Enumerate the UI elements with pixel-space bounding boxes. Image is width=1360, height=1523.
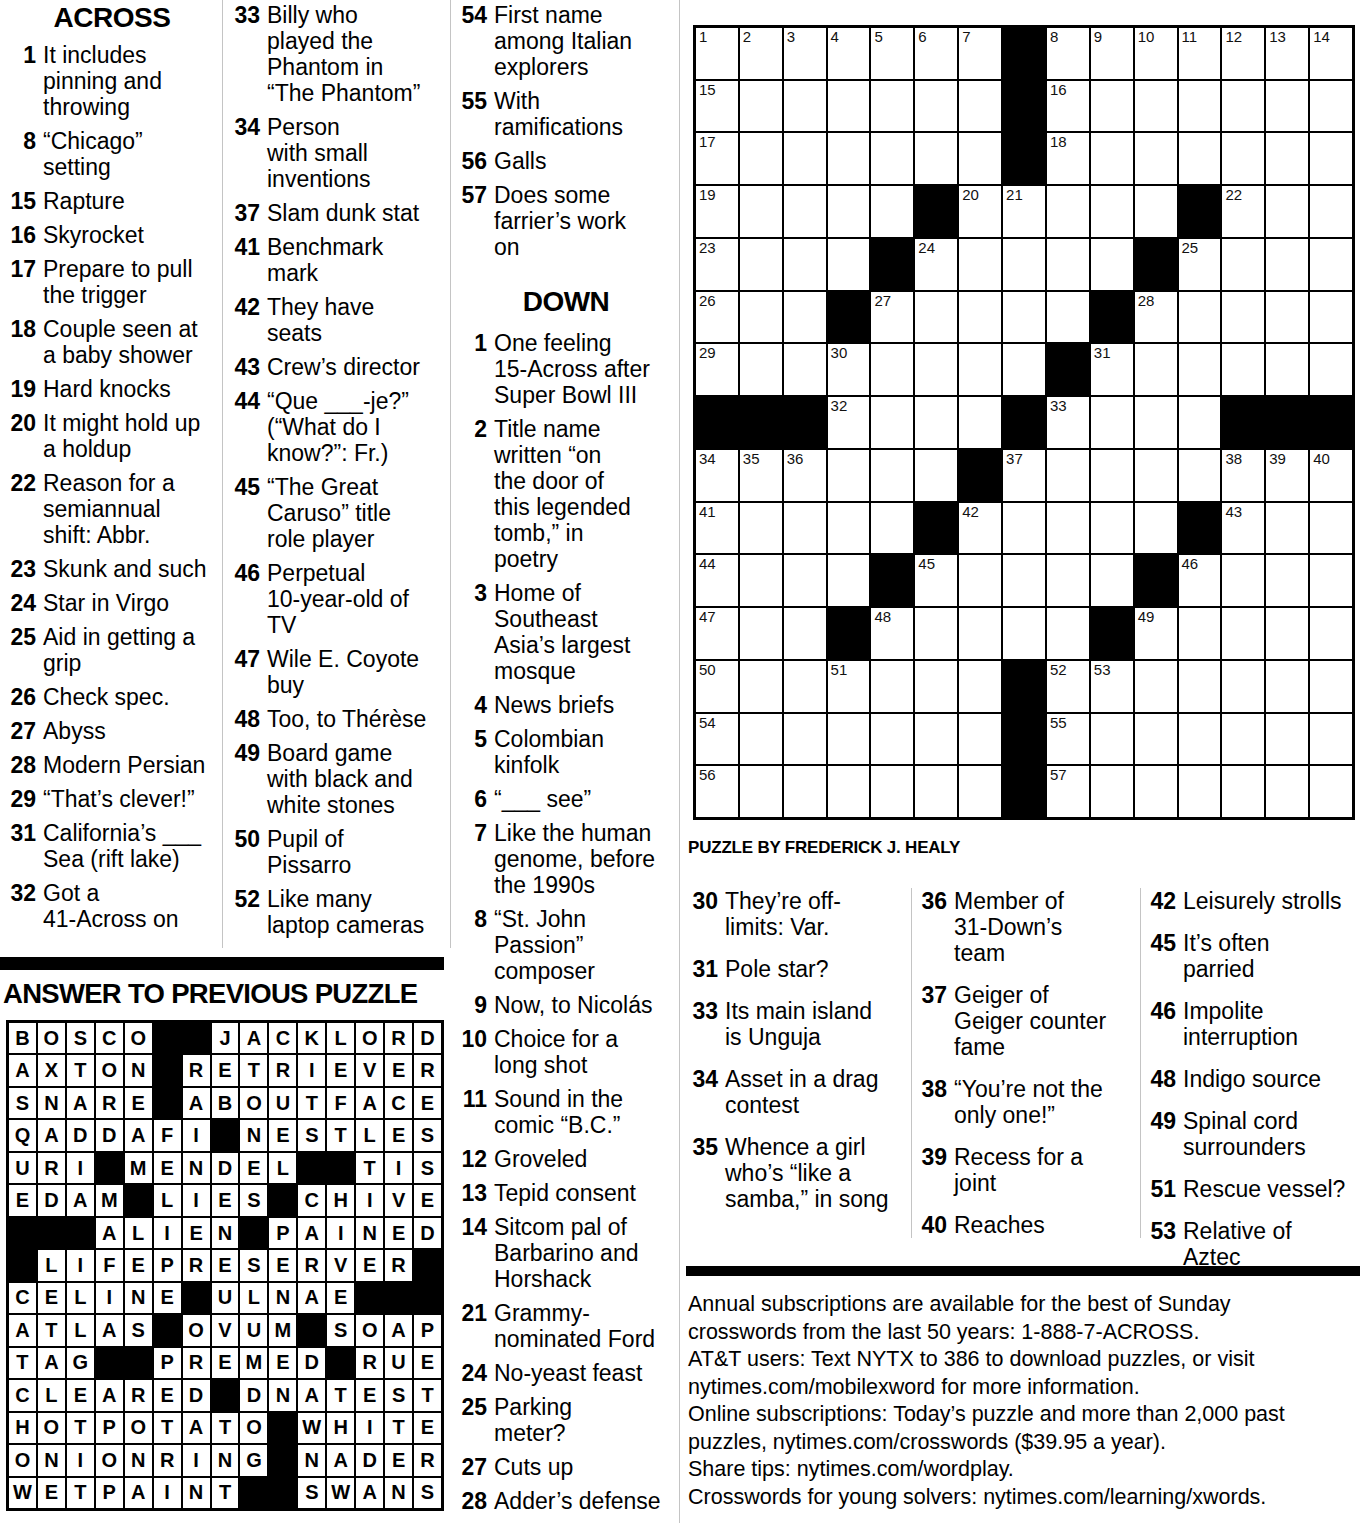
grid-cell-r6c9[interactable]	[1046, 291, 1090, 344]
clue-number: 22	[6, 470, 43, 548]
cell-number: 44	[699, 556, 716, 572]
puzzle-grid[interactable]: 1234567891011121314151617181920212223242…	[693, 25, 1355, 820]
grid-cell-r7c13[interactable]	[1221, 343, 1265, 396]
grid-cell-r9c9[interactable]	[1046, 449, 1090, 502]
answer-cell-r15c14: N	[385, 1478, 412, 1508]
answer-cell-r12c6: E	[154, 1380, 181, 1410]
answer-cell-r11c10: E	[269, 1348, 296, 1378]
grid-cell-r7c7[interactable]	[958, 343, 1002, 396]
grid-cell-r6c5[interactable]: 27	[870, 291, 914, 344]
cell-number: 42	[962, 504, 979, 520]
answer-cell-r10c13: O	[356, 1315, 383, 1345]
grid-cell-r13c14[interactable]	[1265, 660, 1309, 713]
grid-cell-r13c1[interactable]: 50	[695, 660, 739, 713]
answer-black-cell	[269, 1478, 296, 1508]
black-cell	[1178, 502, 1222, 555]
grid-cell-r11c13[interactable]	[1221, 554, 1265, 607]
grid-cell-r13c13[interactable]	[1221, 660, 1265, 713]
grid-cell-r3c5[interactable]	[870, 132, 914, 185]
grid-cell-r10c5[interactable]	[870, 502, 914, 555]
grid-cell-r12c7[interactable]	[958, 607, 1002, 660]
answer-black-cell	[240, 1478, 267, 1508]
grid-cell-r13c9[interactable]: 52	[1046, 660, 1090, 713]
answer-cell-r4c5: A	[125, 1120, 152, 1150]
clue-text: Whence a girl who’s “like a samba,” in s…	[725, 1134, 889, 1212]
column-rule	[679, 0, 680, 1523]
answer-cell-r12c7: D	[183, 1380, 210, 1410]
grid-cell-r12c9[interactable]	[1046, 607, 1090, 660]
separator-bar	[0, 957, 444, 970]
grid-cell-r4c11[interactable]	[1134, 185, 1178, 238]
grid-cell-r6c13[interactable]	[1221, 291, 1265, 344]
grid-cell-r13c3[interactable]	[783, 660, 827, 713]
clue-number: 8	[6, 128, 43, 180]
grid-cell-r7c4[interactable]: 30	[827, 343, 871, 396]
grid-cell-r11c2[interactable]	[739, 554, 783, 607]
grid-cell-r10c11[interactable]	[1134, 502, 1178, 555]
answer-cell-r10c14: A	[385, 1315, 412, 1345]
clue-number: 1	[6, 42, 43, 120]
grid-cell-r5c8[interactable]	[1002, 238, 1046, 291]
grid-cell-r5c15[interactable]	[1309, 238, 1353, 291]
cell-number: 38	[1225, 451, 1242, 467]
grid-cell-r1c12[interactable]: 11	[1178, 27, 1222, 80]
grid-cell-r10c4[interactable]	[827, 502, 871, 555]
grid-cell-r2c15[interactable]	[1309, 80, 1353, 133]
answer-cell-r2c3: T	[67, 1055, 94, 1085]
answer-cell-r12c1: C	[9, 1380, 36, 1410]
grid-cell-r14c15[interactable]	[1309, 713, 1353, 766]
answer-cell-r13c9: O	[240, 1413, 267, 1443]
grid-cell-r8c7[interactable]	[958, 396, 1002, 449]
grid-cell-r5c6[interactable]: 24	[914, 238, 958, 291]
answer-cell-r1c15: D	[414, 1023, 441, 1053]
grid-cell-r8c6[interactable]	[914, 396, 958, 449]
grid-cell-r1c10[interactable]: 9	[1090, 27, 1134, 80]
grid-cell-r12c1[interactable]: 47	[695, 607, 739, 660]
grid-cell-r9c3[interactable]: 36	[783, 449, 827, 502]
answer-black-cell	[96, 1153, 123, 1183]
clue-across-26: 26Check spec.	[6, 684, 218, 710]
grid-cell-r10c9[interactable]	[1046, 502, 1090, 555]
grid-cell-r8c10[interactable]	[1090, 396, 1134, 449]
grid-cell-r1c9[interactable]: 8	[1046, 27, 1090, 80]
grid-cell-r13c12[interactable]	[1178, 660, 1222, 713]
grid-cell-r15c6[interactable]	[914, 765, 958, 818]
black-cell	[1221, 396, 1265, 449]
grid-cell-r6c11[interactable]: 28	[1134, 291, 1178, 344]
grid-cell-r9c8[interactable]: 37	[1002, 449, 1046, 502]
grid-cell-r4c4[interactable]	[827, 185, 871, 238]
answer-cell-r15c13: A	[356, 1478, 383, 1508]
clue-number: 27	[457, 1454, 494, 1480]
grid-cell-r13c7[interactable]	[958, 660, 1002, 713]
answer-cell-r1c10: C	[269, 1023, 296, 1053]
grid-cell-r5c3[interactable]	[783, 238, 827, 291]
grid-cell-r11c8[interactable]	[1002, 554, 1046, 607]
grid-cell-r13c15[interactable]	[1309, 660, 1353, 713]
answer-cell-r6c12: H	[327, 1185, 354, 1215]
grid-cell-r9c14[interactable]: 39	[1265, 449, 1309, 502]
clue-across-19: 19Hard knocks	[6, 376, 218, 402]
grid-cell-r2c9[interactable]: 16	[1046, 80, 1090, 133]
grid-cell-r2c13[interactable]	[1221, 80, 1265, 133]
grid-cell-r4c7[interactable]: 20	[958, 185, 1002, 238]
grid-cell-r4c10[interactable]	[1090, 185, 1134, 238]
grid-cell-r8c4[interactable]: 32	[827, 396, 871, 449]
answer-cell-r5c10: L	[269, 1153, 296, 1183]
answer-cell-r5c2: R	[38, 1153, 65, 1183]
clue-text: Prepare to pull the trigger	[43, 256, 193, 308]
grid-cell-r9c11[interactable]	[1134, 449, 1178, 502]
grid-cell-r1c4[interactable]: 4	[827, 27, 871, 80]
grid-cell-r3c13[interactable]	[1221, 132, 1265, 185]
grid-cell-r15c15[interactable]	[1309, 765, 1353, 818]
grid-cell-r10c2[interactable]	[739, 502, 783, 555]
cell-number: 31	[1094, 345, 1111, 361]
grid-cell-r14c2[interactable]	[739, 713, 783, 766]
grid-cell-r8c5[interactable]	[870, 396, 914, 449]
grid-cell-r1c1[interactable]: 1	[695, 27, 739, 80]
grid-cell-r12c13[interactable]	[1221, 607, 1265, 660]
grid-cell-r6c7[interactable]	[958, 291, 1002, 344]
answer-black-cell	[154, 1023, 181, 1053]
grid-cell-r14c13[interactable]	[1221, 713, 1265, 766]
grid-cell-r6c15[interactable]	[1309, 291, 1353, 344]
grid-cell-r11c15[interactable]	[1309, 554, 1353, 607]
grid-cell-r11c4[interactable]	[827, 554, 871, 607]
grid-cell-r2c7[interactable]	[958, 80, 1002, 133]
answer-black-cell	[183, 1023, 210, 1053]
grid-cell-r10c8[interactable]	[1002, 502, 1046, 555]
clue-text: Benchmark mark	[267, 234, 383, 286]
clue-across-44: 44“Que ___-je?” (“What do I know?”: Fr.)	[230, 388, 446, 466]
clue-text: Indigo source	[1183, 1066, 1321, 1092]
grid-cell-r2c14[interactable]	[1265, 80, 1309, 133]
grid-cell-r15c12[interactable]	[1178, 765, 1222, 818]
clue-number: 46	[1146, 998, 1183, 1050]
grid-cell-r9c15[interactable]: 40	[1309, 449, 1353, 502]
grid-cell-r11c9[interactable]	[1046, 554, 1090, 607]
grid-cell-r11c6[interactable]: 45	[914, 554, 958, 607]
grid-cell-r12c11[interactable]: 49	[1134, 607, 1178, 660]
grid-cell-r4c9[interactable]	[1046, 185, 1090, 238]
grid-cell-r15c4[interactable]	[827, 765, 871, 818]
grid-cell-r14c6[interactable]	[914, 713, 958, 766]
grid-cell-r12c12[interactable]	[1178, 607, 1222, 660]
clue-text: Relative of Aztec	[1183, 1218, 1292, 1270]
answer-cell-r13c12: H	[327, 1413, 354, 1443]
black-cell	[1134, 238, 1178, 291]
grid-cell-r3c3[interactable]	[783, 132, 827, 185]
grid-cell-r10c7[interactable]: 42	[958, 502, 1002, 555]
grid-cell-r7c2[interactable]	[739, 343, 783, 396]
clue-down-25: 25Parking meter?	[457, 1394, 675, 1446]
grid-cell-r14c14[interactable]	[1265, 713, 1309, 766]
clue-across-48: 48Too, to Thérèse	[230, 706, 446, 732]
grid-cell-r12c15[interactable]	[1309, 607, 1353, 660]
clue-text: Wile E. Coyote buy	[267, 646, 419, 698]
grid-cell-r14c3[interactable]	[783, 713, 827, 766]
grid-cell-r15c5[interactable]	[870, 765, 914, 818]
black-cell	[1090, 607, 1134, 660]
cell-number: 48	[874, 609, 891, 625]
grid-cell-r1c13[interactable]: 12	[1221, 27, 1265, 80]
grid-cell-r15c11[interactable]	[1134, 765, 1178, 818]
grid-cell-r2c3[interactable]	[783, 80, 827, 133]
grid-cell-r1c7[interactable]: 7	[958, 27, 1002, 80]
grid-cell-r1c15[interactable]: 14	[1309, 27, 1353, 80]
grid-cell-r13c5[interactable]	[870, 660, 914, 713]
grid-cell-r3c4[interactable]	[827, 132, 871, 185]
grid-cell-r6c12[interactable]	[1178, 291, 1222, 344]
answer-cell-r1c4: C	[96, 1023, 123, 1053]
grid-cell-r11c10[interactable]	[1090, 554, 1134, 607]
grid-cell-r14c1[interactable]: 54	[695, 713, 739, 766]
grid-cell-r14c12[interactable]	[1178, 713, 1222, 766]
grid-cell-r5c7[interactable]	[958, 238, 1002, 291]
clue-across-42: 42They have seats	[230, 294, 446, 346]
grid-cell-r2c5[interactable]	[870, 80, 914, 133]
answer-cell-r4c11: S	[298, 1120, 325, 1150]
grid-cell-r2c6[interactable]	[914, 80, 958, 133]
grid-cell-r10c3[interactable]	[783, 502, 827, 555]
grid-cell-r3c1[interactable]: 17	[695, 132, 739, 185]
grid-cell-r10c14[interactable]	[1265, 502, 1309, 555]
grid-cell-r7c15[interactable]	[1309, 343, 1353, 396]
grid-cell-r13c4[interactable]: 51	[827, 660, 871, 713]
grid-cell-r9c1[interactable]: 34	[695, 449, 739, 502]
cell-number: 6	[918, 29, 926, 45]
grid-cell-r5c13[interactable]	[1221, 238, 1265, 291]
grid-cell-r5c4[interactable]	[827, 238, 871, 291]
grid-cell-r8c12[interactable]	[1178, 396, 1222, 449]
grid-cell-r9c12[interactable]	[1178, 449, 1222, 502]
across-clues-column-2: 33Billy who played the Phantom in “The P…	[230, 2, 446, 946]
clue-across-8: 8“Chicago” setting	[6, 128, 218, 180]
grid-cell-r9c4[interactable]	[827, 449, 871, 502]
grid-cell-r1c2[interactable]: 2	[739, 27, 783, 80]
clue-text: Title name written “on the door of this …	[494, 416, 631, 572]
clue-across-16: 16Skyrocket	[6, 222, 218, 248]
grid-cell-r7c6[interactable]	[914, 343, 958, 396]
grid-cell-r15c9[interactable]: 57	[1046, 765, 1090, 818]
grid-cell-r13c11[interactable]	[1134, 660, 1178, 713]
column-rule	[911, 888, 912, 1238]
grid-cell-r15c13[interactable]	[1221, 765, 1265, 818]
grid-cell-r2c11[interactable]	[1134, 80, 1178, 133]
grid-cell-r7c10[interactable]: 31	[1090, 343, 1134, 396]
grid-cell-r2c12[interactable]	[1178, 80, 1222, 133]
grid-cell-r4c1[interactable]: 19	[695, 185, 739, 238]
answer-cell-r15c6: I	[154, 1478, 181, 1508]
grid-cell-r10c1[interactable]: 41	[695, 502, 739, 555]
grid-cell-r13c6[interactable]	[914, 660, 958, 713]
grid-cell-r5c12[interactable]: 25	[1178, 238, 1222, 291]
black-cell	[1002, 765, 1046, 818]
grid-cell-r5c1[interactable]: 23	[695, 238, 739, 291]
answer-cell-r12c4: A	[96, 1380, 123, 1410]
grid-cell-r3c2[interactable]	[739, 132, 783, 185]
grid-cell-r12c6[interactable]	[914, 607, 958, 660]
grid-cell-r12c5[interactable]: 48	[870, 607, 914, 660]
grid-cell-r5c10[interactable]	[1090, 238, 1134, 291]
grid-cell-r12c2[interactable]	[739, 607, 783, 660]
grid-cell-r15c2[interactable]	[739, 765, 783, 818]
grid-cell-r3c9[interactable]: 18	[1046, 132, 1090, 185]
answer-cell-r13c7: A	[183, 1413, 210, 1443]
clue-across-49: 49Board game with black and white stones	[230, 740, 446, 818]
grid-cell-r6c2[interactable]	[739, 291, 783, 344]
grid-cell-r9c2[interactable]: 35	[739, 449, 783, 502]
grid-cell-r11c1[interactable]: 44	[695, 554, 739, 607]
grid-cell-r13c10[interactable]: 53	[1090, 660, 1134, 713]
grid-cell-r2c1[interactable]: 15	[695, 80, 739, 133]
grid-cell-r4c15[interactable]	[1309, 185, 1353, 238]
grid-cell-r12c14[interactable]	[1265, 607, 1309, 660]
clue-text: Impolite interruption	[1183, 998, 1298, 1050]
grid-cell-r15c14[interactable]	[1265, 765, 1309, 818]
grid-cell-r14c9[interactable]: 55	[1046, 713, 1090, 766]
grid-cell-r15c7[interactable]	[958, 765, 1002, 818]
grid-cell-r6c6[interactable]	[914, 291, 958, 344]
clue-number: 3	[457, 580, 494, 684]
grid-cell-r13c2[interactable]	[739, 660, 783, 713]
answer-cell-r6c2: D	[38, 1185, 65, 1215]
grid-cell-r14c11[interactable]	[1134, 713, 1178, 766]
grid-cell-r5c14[interactable]	[1265, 238, 1309, 291]
answer-black-cell	[9, 1250, 36, 1280]
grid-cell-r7c12[interactable]	[1178, 343, 1222, 396]
answer-cell-r6c8: E	[212, 1185, 239, 1215]
grid-cell-r12c3[interactable]	[783, 607, 827, 660]
grid-cell-r11c14[interactable]	[1265, 554, 1309, 607]
cell-number: 12	[1225, 29, 1242, 45]
grid-cell-r11c3[interactable]	[783, 554, 827, 607]
grid-cell-r3c14[interactable]	[1265, 132, 1309, 185]
clue-number: 1	[457, 330, 494, 408]
grid-cell-r4c13[interactable]: 22	[1221, 185, 1265, 238]
answer-cell-r6c4: M	[96, 1185, 123, 1215]
grid-cell-r1c14[interactable]: 13	[1265, 27, 1309, 80]
answer-cell-r4c12: T	[327, 1120, 354, 1150]
grid-cell-r6c14[interactable]	[1265, 291, 1309, 344]
grid-cell-r6c3[interactable]	[783, 291, 827, 344]
grid-cell-r4c3[interactable]	[783, 185, 827, 238]
grid-cell-r4c2[interactable]	[739, 185, 783, 238]
grid-cell-r9c13[interactable]: 38	[1221, 449, 1265, 502]
grid-cell-r1c5[interactable]: 5	[870, 27, 914, 80]
grid-cell-r12c8[interactable]	[1002, 607, 1046, 660]
grid-cell-r6c1[interactable]: 26	[695, 291, 739, 344]
grid-cell-r3c7[interactable]	[958, 132, 1002, 185]
grid-cell-r7c8[interactable]	[1002, 343, 1046, 396]
grid-cell-r7c5[interactable]	[870, 343, 914, 396]
down-header: DOWN	[457, 286, 675, 318]
grid-cell-r6c8[interactable]	[1002, 291, 1046, 344]
grid-cell-r2c2[interactable]	[739, 80, 783, 133]
answer-cell-r8c3: I	[67, 1250, 94, 1280]
cell-number: 47	[699, 609, 716, 625]
grid-cell-r9c6[interactable]	[914, 449, 958, 502]
clue-text: Couple seen at a baby shower	[43, 316, 198, 368]
clue-text: Skunk and such	[43, 556, 207, 582]
answer-cell-r12c2: L	[38, 1380, 65, 1410]
grid-cell-r7c3[interactable]	[783, 343, 827, 396]
clue-text: “That’s clever!”	[43, 786, 195, 812]
clue-down-6: 6“___ see”	[457, 786, 675, 812]
grid-cell-r1c11[interactable]: 10	[1134, 27, 1178, 80]
clue-down-3: 3Home of Southeast Asia’s largest mosque	[457, 580, 675, 684]
grid-cell-r7c14[interactable]	[1265, 343, 1309, 396]
clue-text: Abyss	[43, 718, 106, 744]
clue-number: 15	[6, 188, 43, 214]
clue-text: Like many laptop cameras	[267, 886, 424, 938]
grid-cell-r15c10[interactable]	[1090, 765, 1134, 818]
answer-cell-r7c4: A	[96, 1218, 123, 1248]
clue-number: 32	[6, 880, 43, 932]
grid-cell-r4c14[interactable]	[1265, 185, 1309, 238]
grid-cell-r1c3[interactable]: 3	[783, 27, 827, 80]
grid-cell-r15c3[interactable]	[783, 765, 827, 818]
grid-cell-r10c15[interactable]	[1309, 502, 1353, 555]
grid-cell-r8c11[interactable]	[1134, 396, 1178, 449]
answer-cell-r8c7: R	[183, 1250, 210, 1280]
grid-cell-r9c10[interactable]	[1090, 449, 1134, 502]
grid-cell-r2c4[interactable]	[827, 80, 871, 133]
grid-cell-r14c7[interactable]	[958, 713, 1002, 766]
grid-cell-r3c10[interactable]	[1090, 132, 1134, 185]
grid-cell-r9c5[interactable]	[870, 449, 914, 502]
answer-cell-r14c14: E	[385, 1445, 412, 1475]
grid-cell-r2c10[interactable]	[1090, 80, 1134, 133]
separator-bar	[686, 1266, 1360, 1276]
grid-cell-r1c6[interactable]: 6	[914, 27, 958, 80]
grid-cell-r3c12[interactable]	[1178, 132, 1222, 185]
clue-across-20: 20It might hold up a holdup	[6, 410, 218, 462]
grid-cell-r10c10[interactable]	[1090, 502, 1134, 555]
grid-cell-r14c5[interactable]	[870, 713, 914, 766]
grid-cell-r3c11[interactable]	[1134, 132, 1178, 185]
grid-cell-r11c12[interactable]: 46	[1178, 554, 1222, 607]
grid-cell-r10c13[interactable]: 43	[1221, 502, 1265, 555]
grid-cell-r5c2[interactable]	[739, 238, 783, 291]
answer-cell-r5c13: T	[356, 1153, 383, 1183]
grid-cell-r7c1[interactable]: 29	[695, 343, 739, 396]
grid-cell-r4c8[interactable]: 21	[1002, 185, 1046, 238]
grid-cell-r4c5[interactable]	[870, 185, 914, 238]
answer-cell-r10c10: M	[269, 1315, 296, 1345]
black-cell	[1178, 185, 1222, 238]
clue-across-54: 54First name among Italian explorers	[457, 2, 675, 80]
cell-number: 39	[1269, 451, 1286, 467]
answer-cell-r8c2: L	[38, 1250, 65, 1280]
grid-cell-r11c7[interactable]	[958, 554, 1002, 607]
grid-cell-r14c10[interactable]	[1090, 713, 1134, 766]
clue-down-13: 13Tepid consent	[457, 1180, 675, 1206]
grid-cell-r7c11[interactable]	[1134, 343, 1178, 396]
grid-cell-r14c4[interactable]	[827, 713, 871, 766]
grid-cell-r8c9[interactable]: 33	[1046, 396, 1090, 449]
answer-black-cell	[154, 1055, 181, 1085]
clue-text: They’re off- limits: Var.	[725, 888, 841, 940]
answer-cell-r12c9: D	[240, 1380, 267, 1410]
grid-cell-r15c1[interactable]: 56	[695, 765, 739, 818]
grid-cell-r3c6[interactable]	[914, 132, 958, 185]
grid-cell-r3c15[interactable]	[1309, 132, 1353, 185]
answer-cell-r1c13: O	[356, 1023, 383, 1053]
grid-cell-r5c9[interactable]	[1046, 238, 1090, 291]
